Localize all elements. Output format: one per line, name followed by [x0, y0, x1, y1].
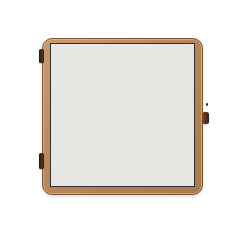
- chess-board: [57, 50, 187, 180]
- latch-pin-icon: [206, 103, 209, 106]
- hinge-bottom-icon: [39, 153, 44, 169]
- travel-chess-set-photo: [0, 0, 240, 240]
- board-card: [50, 43, 195, 187]
- clasp-latch-icon: [202, 112, 209, 124]
- hinge-top-icon: [39, 49, 44, 63]
